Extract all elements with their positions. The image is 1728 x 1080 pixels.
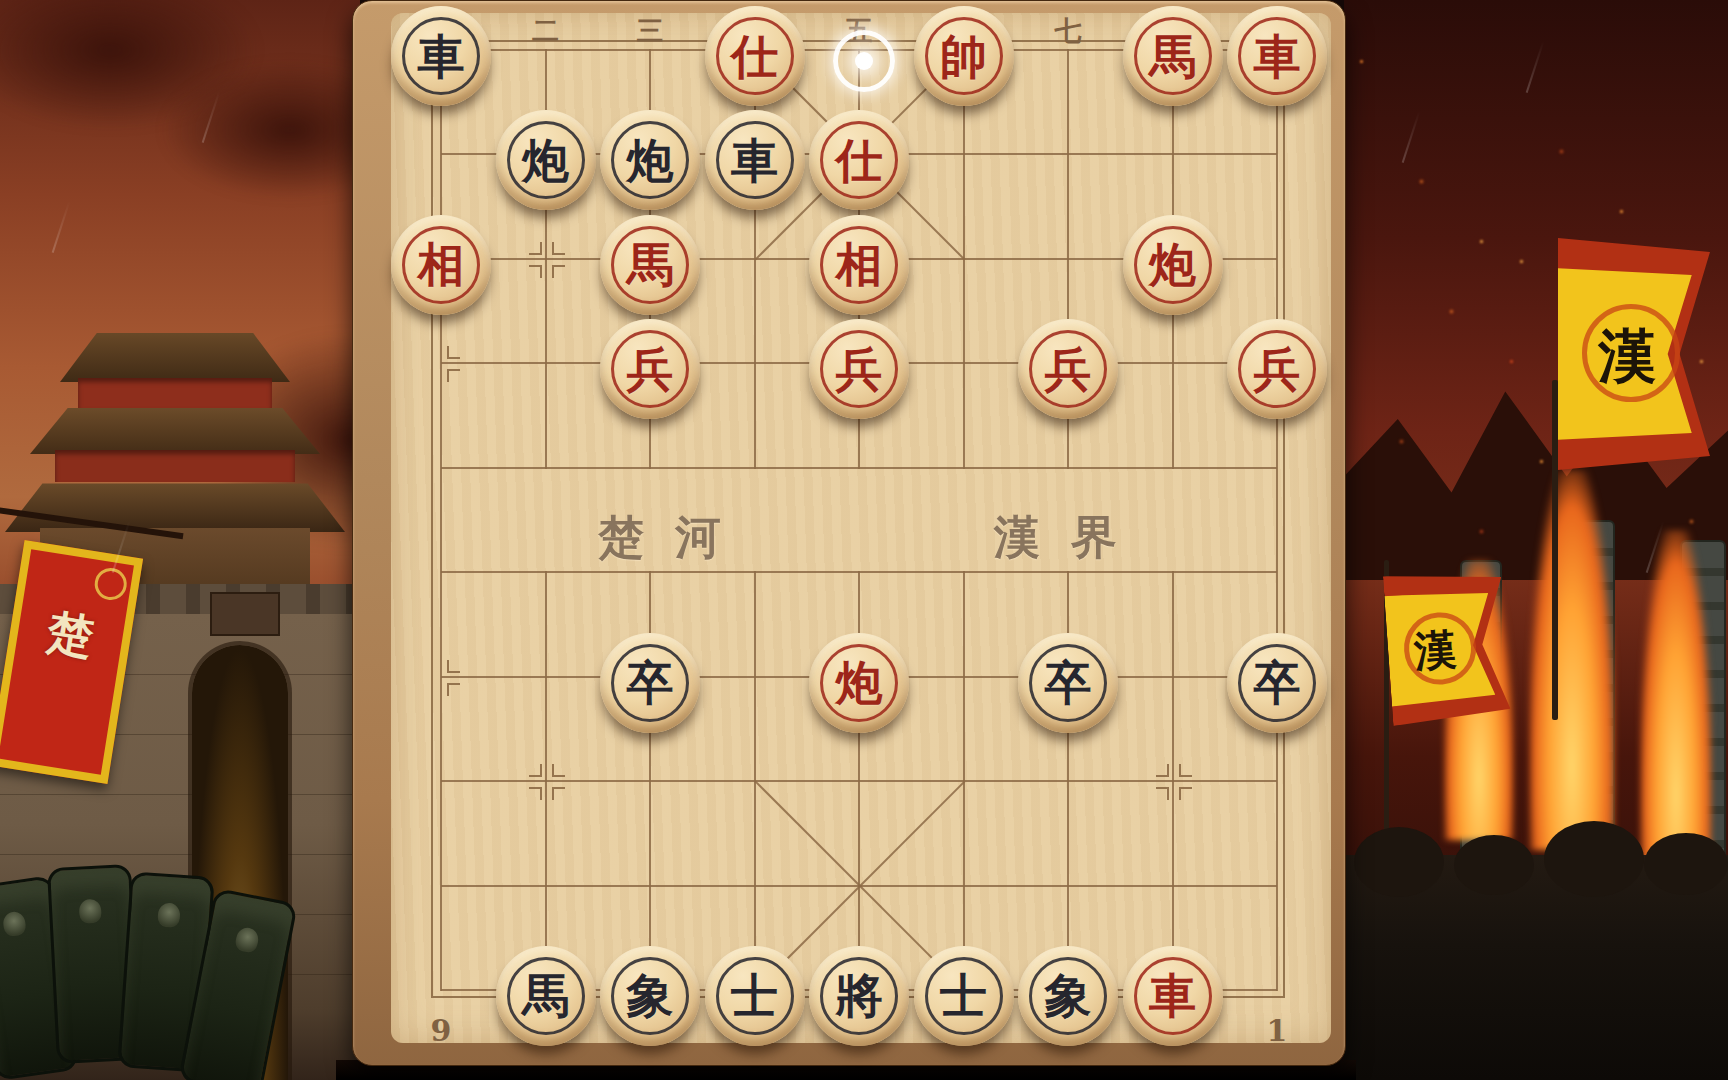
banner-character: 楚 [14,597,126,675]
army-silhouette [1344,855,1728,1080]
piece-black-soldier-f7r7[interactable]: 卒 [1018,633,1118,733]
piece-red-soldier-f5r4[interactable]: 兵 [809,319,909,419]
piece-red-soldier-f3r4[interactable]: 兵 [600,319,700,419]
piece-black-elephant-f3r10[interactable]: 象 [600,946,700,1046]
piece-ring [1029,330,1107,408]
piece-black-cannon-f3r2[interactable]: 炮 [600,110,700,210]
piece-ring [1134,226,1212,304]
piece-ring [1029,644,1107,722]
piece-ring [1134,957,1212,1035]
piece-ring [820,226,898,304]
piece-red-elephant-f5r3[interactable]: 相 [809,215,909,315]
piece-ring [507,121,585,199]
piece-ring [820,644,898,722]
piece-black-elephant-f7r10[interactable]: 象 [1018,946,1118,1046]
piece-ring [925,17,1003,95]
gate-tower-roof-lower [5,478,345,532]
piece-ring [507,957,585,1035]
piece-ring [611,226,689,304]
han-flag-large: 漢 [1558,238,1710,470]
piece-red-rook-f8r10[interactable]: 車 [1123,946,1223,1046]
piece-ring [820,957,898,1035]
piece-ring [716,957,794,1035]
piece-red-general-f6r1[interactable]: 帥 [914,6,1014,106]
rain-streak [52,201,71,253]
piece-red-cannon-f5r7[interactable]: 炮 [809,633,909,733]
piece-ring [402,226,480,304]
piece-black-advisor-f4r10[interactable]: 士 [705,946,805,1046]
ember-sparks [1360,60,1363,63]
rain-streak [1402,111,1421,163]
piece-black-rook-f4r2[interactable]: 車 [705,110,805,210]
piece-ring [1238,644,1316,722]
piece-black-soldier-f9r7[interactable]: 卒 [1227,633,1327,733]
gate-tower-story [55,450,295,482]
piece-ring [1238,17,1316,95]
piece-ring [402,17,480,95]
flag-character: 漢 [1598,318,1656,396]
piece-ring [1029,957,1107,1035]
piece-red-rook-f9r1[interactable]: 車 [1227,6,1327,106]
piece-ring [1134,17,1212,95]
piece-ring [611,644,689,722]
piece-ring [1238,330,1316,408]
piece-red-soldier-f9r4[interactable]: 兵 [1227,319,1327,419]
piece-ring [611,957,689,1035]
piece-ring [611,121,689,199]
background-right-battle-scene: 漢 漢 [1344,0,1728,1080]
piece-red-advisor-f5r2[interactable]: 仕 [809,110,909,210]
piece-black-general-f5r10[interactable]: 將 [809,946,909,1046]
piece-ring [925,957,1003,1035]
flame [1640,530,1712,870]
piece-black-cannon-f2r2[interactable]: 炮 [496,110,596,210]
gate-tower-roof-middle [30,404,320,454]
piece-black-horse-f2r10[interactable]: 馬 [496,946,596,1046]
piece-red-horse-f8r1[interactable]: 馬 [1123,6,1223,106]
piece-red-cannon-f8r3[interactable]: 炮 [1123,215,1223,315]
rain-streak [1526,41,1545,93]
piece-ring [716,121,794,199]
banner-emblem-icon [92,566,129,603]
shield-wall [0,860,300,1080]
flag-character: 漢 [1412,621,1458,680]
piece-ring [716,17,794,95]
background-left-city-scene: 楚 [0,0,360,1080]
piece-black-soldier-f3r7[interactable]: 卒 [600,633,700,733]
piece-black-advisor-f6r10[interactable]: 士 [914,946,1014,1046]
piece-red-soldier-f7r4[interactable]: 兵 [1018,319,1118,419]
piece-ring [611,330,689,408]
piece-red-advisor-f4r1[interactable]: 仕 [705,6,805,106]
gate-plaque [210,592,280,636]
piece-ring [820,330,898,408]
gate-tower-story [78,378,272,408]
flame [1529,470,1615,850]
piece-red-horse-f3r3[interactable]: 馬 [600,215,700,315]
piece-ring [820,121,898,199]
piece-black-rook-f1r1[interactable]: 車 [391,6,491,106]
gate-tower-roof-top [60,330,290,382]
piece-red-elephant-f1r3[interactable]: 相 [391,215,491,315]
han-flag-small: 漢 [1383,568,1511,726]
